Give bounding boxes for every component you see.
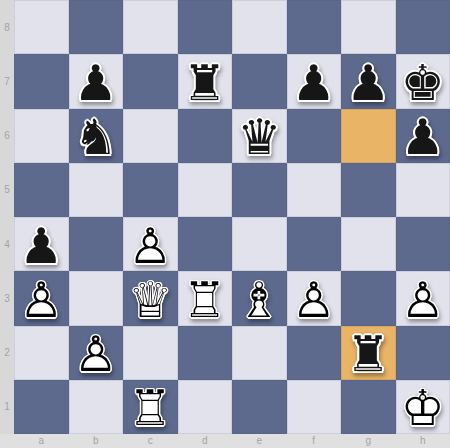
square-b8[interactable] — [69, 0, 124, 54]
square-f7[interactable]: ♟ — [287, 54, 342, 108]
piece-black-pawn[interactable]: ♟ — [19, 222, 63, 271]
square-e7[interactable] — [232, 54, 287, 108]
square-c4[interactable]: ♟♙ — [123, 217, 178, 271]
square-b6[interactable]: ♞ — [69, 109, 124, 163]
chess-board: ♟♜♟♟♚♞♛♟♟♟♙♟♙♛♕♜♖♝♗♟♙♟♙♟♙♜♜♖♚♔ — [14, 0, 450, 434]
square-c7[interactable] — [123, 54, 178, 108]
square-c6[interactable] — [123, 109, 178, 163]
file-label-a: a — [14, 434, 69, 448]
square-d5[interactable] — [178, 163, 233, 217]
square-g6[interactable] — [341, 109, 396, 163]
piece-black-rook[interactable]: ♜ — [183, 59, 227, 108]
rank-label-2: 2 — [0, 326, 14, 380]
file-label-e: e — [232, 434, 287, 448]
square-h8[interactable] — [396, 0, 450, 54]
square-b4[interactable] — [69, 217, 124, 271]
square-h5[interactable] — [396, 163, 450, 217]
square-g7[interactable]: ♟ — [341, 54, 396, 108]
file-label-f: f — [287, 434, 342, 448]
square-h3[interactable]: ♟♙ — [396, 271, 450, 325]
square-c3[interactable]: ♛♕ — [123, 271, 178, 325]
square-g3[interactable] — [341, 271, 396, 325]
square-d6[interactable] — [178, 109, 233, 163]
square-h4[interactable] — [396, 217, 450, 271]
square-f6[interactable] — [287, 109, 342, 163]
piece-black-pawn[interactable]: ♟ — [74, 59, 118, 108]
square-f3[interactable]: ♟♙ — [287, 271, 342, 325]
square-b1[interactable] — [69, 380, 124, 434]
square-d7[interactable]: ♜ — [178, 54, 233, 108]
piece-black-knight[interactable]: ♞ — [74, 113, 118, 162]
rank-label-6: 6 — [0, 109, 14, 163]
square-h6[interactable]: ♟ — [396, 109, 450, 163]
piece-outline-glyph: ♕ — [128, 276, 172, 325]
square-c8[interactable] — [123, 0, 178, 54]
piece-white-bishop[interactable]: ♝♗ — [237, 276, 281, 325]
piece-white-rook[interactable]: ♜♖ — [183, 276, 227, 325]
square-a7[interactable] — [14, 54, 69, 108]
piece-white-rook[interactable]: ♜♖ — [128, 384, 172, 433]
piece-white-pawn[interactable]: ♟♙ — [401, 276, 445, 325]
square-b2[interactable]: ♟♙ — [69, 326, 124, 380]
square-f8[interactable] — [287, 0, 342, 54]
chess-app: 87654321 ♟♜♟♟♚♞♛♟♟♟♙♟♙♛♕♜♖♝♗♟♙♟♙♟♙♜♜♖♚♔ … — [0, 0, 450, 448]
square-g4[interactable] — [341, 217, 396, 271]
square-g1[interactable] — [341, 380, 396, 434]
piece-black-pawn[interactable]: ♟ — [292, 59, 336, 108]
piece-white-pawn[interactable]: ♟♙ — [292, 276, 336, 325]
square-a1[interactable] — [14, 380, 69, 434]
piece-black-pawn[interactable]: ♟ — [401, 113, 445, 162]
piece-white-pawn[interactable]: ♟♙ — [19, 276, 63, 325]
square-d4[interactable] — [178, 217, 233, 271]
file-label-g: g — [341, 434, 396, 448]
file-label-b: b — [69, 434, 124, 448]
square-b5[interactable] — [69, 163, 124, 217]
square-a5[interactable] — [14, 163, 69, 217]
piece-outline-glyph: ♙ — [292, 276, 336, 325]
square-a3[interactable]: ♟♙ — [14, 271, 69, 325]
file-labels: abcdefgh — [0, 434, 450, 448]
square-e3[interactable]: ♝♗ — [232, 271, 287, 325]
rank-label-5: 5 — [0, 163, 14, 217]
file-label-h: h — [396, 434, 450, 448]
square-d1[interactable] — [178, 380, 233, 434]
square-e8[interactable] — [232, 0, 287, 54]
square-h2[interactable] — [396, 326, 450, 380]
square-a2[interactable] — [14, 326, 69, 380]
square-b3[interactable] — [69, 271, 124, 325]
square-c2[interactable] — [123, 326, 178, 380]
piece-outline-glyph: ♙ — [128, 222, 172, 271]
piece-outline-glyph: ♗ — [237, 276, 281, 325]
square-e2[interactable] — [232, 326, 287, 380]
piece-outline-glyph: ♖ — [183, 276, 227, 325]
piece-outline-glyph: ♙ — [401, 276, 445, 325]
file-label-d: d — [178, 434, 233, 448]
square-e5[interactable] — [232, 163, 287, 217]
rank-label-1: 1 — [0, 380, 14, 434]
square-d2[interactable] — [178, 326, 233, 380]
square-e6[interactable]: ♛ — [232, 109, 287, 163]
square-f4[interactable] — [287, 217, 342, 271]
square-g2[interactable]: ♜ — [341, 326, 396, 380]
square-f1[interactable] — [287, 380, 342, 434]
square-f5[interactable] — [287, 163, 342, 217]
piece-black-king[interactable]: ♚ — [401, 59, 445, 108]
piece-outline-glyph: ♙ — [74, 330, 118, 379]
piece-black-pawn[interactable]: ♟ — [346, 59, 390, 108]
square-a8[interactable] — [14, 0, 69, 54]
square-a6[interactable] — [14, 109, 69, 163]
square-h7[interactable]: ♚ — [396, 54, 450, 108]
piece-white-pawn[interactable]: ♟♙ — [74, 330, 118, 379]
piece-outline-glyph: ♖ — [128, 384, 172, 433]
piece-white-king[interactable]: ♚♔ — [401, 384, 445, 433]
square-h1[interactable]: ♚♔ — [396, 380, 450, 434]
piece-black-rook[interactable]: ♜ — [346, 330, 390, 379]
square-e4[interactable] — [232, 217, 287, 271]
square-g8[interactable] — [341, 0, 396, 54]
square-a4[interactable]: ♟ — [14, 217, 69, 271]
piece-black-queen[interactable]: ♛ — [237, 113, 281, 162]
square-d3[interactable]: ♜♖ — [178, 271, 233, 325]
rank-label-3: 3 — [0, 271, 14, 325]
square-b7[interactable]: ♟ — [69, 54, 124, 108]
square-d8[interactable] — [178, 0, 233, 54]
piece-outline-glyph: ♙ — [19, 276, 63, 325]
rank-label-4: 4 — [0, 217, 14, 271]
rank-label-7: 7 — [0, 54, 14, 108]
square-e1[interactable] — [232, 380, 287, 434]
piece-outline-glyph: ♔ — [401, 384, 445, 433]
file-labels-inner: abcdefgh — [14, 434, 450, 448]
rank-labels: 87654321 — [0, 0, 14, 434]
rank-label-8: 8 — [0, 0, 14, 54]
file-label-c: c — [123, 434, 178, 448]
square-g5[interactable] — [341, 163, 396, 217]
square-c5[interactable] — [123, 163, 178, 217]
piece-white-pawn[interactable]: ♟♙ — [128, 222, 172, 271]
piece-white-queen[interactable]: ♛♕ — [128, 276, 172, 325]
square-f2[interactable] — [287, 326, 342, 380]
square-c1[interactable]: ♜♖ — [123, 380, 178, 434]
